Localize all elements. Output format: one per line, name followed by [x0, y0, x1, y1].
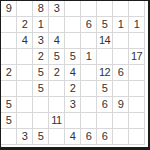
grid-cell[interactable]: 6 — [81, 129, 97, 145]
grid-cell[interactable]: 6 — [113, 65, 129, 81]
grid-cell[interactable] — [49, 129, 65, 145]
grid-cell[interactable] — [33, 97, 49, 113]
grid-cell[interactable] — [17, 1, 33, 17]
grid-cell[interactable] — [49, 97, 65, 113]
grid-cell[interactable]: 6 — [81, 17, 97, 33]
grid-cell[interactable]: 5 — [65, 49, 81, 65]
grid-cell[interactable] — [97, 49, 113, 65]
grid-cell[interactable]: 1 — [33, 17, 49, 33]
grid-cell[interactable] — [17, 49, 33, 65]
grid-cell[interactable] — [49, 81, 65, 97]
grid-cell[interactable] — [113, 81, 129, 97]
grid-cell[interactable] — [113, 33, 129, 49]
puzzle-grid: 9832165114341425511725241265255369511354… — [1, 1, 145, 145]
grid-cell[interactable] — [1, 49, 17, 65]
grid-cell[interactable]: 2 — [49, 65, 65, 81]
grid-cell[interactable] — [129, 65, 145, 81]
grid-cell[interactable]: 2 — [33, 49, 49, 65]
grid-cell[interactable] — [97, 1, 113, 17]
grid-cell[interactable]: 2 — [17, 17, 33, 33]
grid-cell[interactable] — [81, 97, 97, 113]
grid-cell[interactable] — [129, 33, 145, 49]
grid-cell[interactable]: 5 — [33, 65, 49, 81]
grid-cell[interactable] — [65, 1, 81, 17]
grid-cell[interactable]: 8 — [33, 1, 49, 17]
grid-cell[interactable]: 17 — [129, 49, 145, 65]
grid-cell[interactable] — [17, 81, 33, 97]
puzzle-frame: 9832165114341425511725241265255369511354… — [0, 0, 150, 150]
grid-cell[interactable]: 5 — [33, 81, 49, 97]
grid-cell[interactable]: 4 — [17, 33, 33, 49]
grid-cell[interactable]: 9 — [113, 97, 129, 113]
grid-cell[interactable]: 5 — [1, 97, 17, 113]
grid-cell[interactable]: 12 — [97, 65, 113, 81]
grid-cell[interactable]: 1 — [129, 17, 145, 33]
grid-cell[interactable]: 4 — [65, 65, 81, 81]
grid-cell[interactable] — [17, 97, 33, 113]
grid-cell[interactable] — [17, 65, 33, 81]
grid-cell[interactable] — [113, 113, 129, 129]
grid-cell[interactable] — [81, 113, 97, 129]
grid-cell[interactable]: 14 — [97, 33, 113, 49]
grid-cell[interactable]: 5 — [49, 49, 65, 65]
grid-cell[interactable] — [1, 33, 17, 49]
grid-cell[interactable] — [113, 129, 129, 145]
grid-cell[interactable]: 1 — [113, 17, 129, 33]
grid-cell[interactable]: 3 — [65, 97, 81, 113]
grid-cell[interactable]: 3 — [49, 1, 65, 17]
grid-cell[interactable] — [1, 129, 17, 145]
grid-cell[interactable] — [81, 65, 97, 81]
grid-cell[interactable] — [1, 81, 17, 97]
grid-cell[interactable] — [65, 17, 81, 33]
grid-cell[interactable]: 3 — [17, 129, 33, 145]
grid-cell[interactable]: 5 — [1, 113, 17, 129]
grid-cell[interactable] — [129, 1, 145, 17]
grid-cell[interactable] — [17, 113, 33, 129]
grid-cell[interactable] — [129, 97, 145, 113]
grid-cell[interactable] — [97, 113, 113, 129]
grid-cell[interactable] — [129, 113, 145, 129]
grid-cell[interactable] — [113, 1, 129, 17]
grid-cell[interactable] — [49, 17, 65, 33]
grid-cell[interactable] — [1, 17, 17, 33]
grid-cell[interactable] — [81, 33, 97, 49]
grid-cell[interactable] — [81, 1, 97, 17]
grid-cell[interactable] — [65, 113, 81, 129]
grid-cell[interactable]: 2 — [1, 65, 17, 81]
grid-cell[interactable]: 3 — [33, 33, 49, 49]
grid-cell[interactable]: 5 — [97, 17, 113, 33]
grid-cell[interactable] — [129, 129, 145, 145]
grid-cell[interactable]: 6 — [97, 97, 113, 113]
grid-cell[interactable]: 11 — [49, 113, 65, 129]
grid-cell[interactable]: 2 — [65, 81, 81, 97]
grid-cell[interactable]: 4 — [65, 129, 81, 145]
grid-cell[interactable] — [129, 81, 145, 97]
grid-cell[interactable] — [113, 49, 129, 65]
grid-cell[interactable]: 4 — [49, 33, 65, 49]
grid-cell[interactable]: 1 — [81, 49, 97, 65]
grid-cell[interactable]: 9 — [1, 1, 17, 17]
grid-cell[interactable]: 5 — [97, 81, 113, 97]
grid-cell[interactable] — [81, 81, 97, 97]
grid-cell[interactable] — [65, 33, 81, 49]
grid-cell[interactable]: 5 — [33, 129, 49, 145]
grid-cell[interactable]: 6 — [97, 129, 113, 145]
grid-cell[interactable] — [33, 113, 49, 129]
